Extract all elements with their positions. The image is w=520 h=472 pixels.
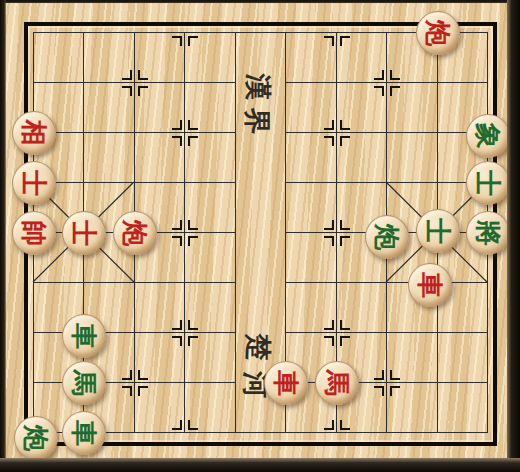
piece-glyph: 炮: [122, 220, 148, 246]
piece-green-advisor[interactable]: 士: [466, 161, 510, 205]
piece-green-chariot[interactable]: 車: [62, 411, 106, 455]
piece-glyph: 將: [475, 220, 501, 246]
piece-red-cannon[interactable]: 炮: [113, 211, 157, 255]
piece-glyph: 士: [71, 220, 97, 246]
piece-green-advisor[interactable]: 士: [416, 209, 460, 253]
piece-red-elephant[interactable]: 相: [12, 111, 56, 155]
board-cell[interactable]: [438, 383, 488, 433]
piece-glyph: 車: [417, 272, 443, 298]
piece-glyph: 車: [71, 420, 97, 446]
board-cell[interactable]: [236, 233, 286, 283]
board-cell[interactable]: [438, 333, 488, 383]
piece-green-general[interactable]: 將: [466, 211, 510, 255]
piece-glyph: 馬: [71, 370, 97, 396]
piece-red-general[interactable]: 帥: [12, 211, 56, 255]
river-label-char: 楚: [242, 331, 274, 363]
piece-red-cannon[interactable]: 炮: [416, 11, 460, 55]
frame-edge-top: [0, 0, 520, 3]
piece-glyph: 相: [21, 120, 47, 146]
piece-green-cannon[interactable]: 炮: [365, 215, 409, 259]
piece-glyph: 帥: [21, 220, 47, 246]
piece-glyph: 象: [475, 123, 501, 149]
board-cell[interactable]: [387, 133, 437, 183]
piece-glyph: 士: [475, 170, 501, 196]
frame-edge-bottom: [0, 458, 520, 472]
piece-glyph: 炮: [425, 20, 451, 46]
piece-green-cannon[interactable]: 炮: [14, 416, 58, 460]
piece-red-chariot[interactable]: 車: [408, 263, 452, 307]
frame-edge-left: [0, 0, 6, 472]
piece-glyph: 士: [21, 170, 47, 196]
river-label-char: 界: [241, 105, 273, 137]
river-label-char: 漢: [242, 71, 274, 103]
piece-red-chariot[interactable]: 車: [264, 361, 308, 405]
piece-glyph: 車: [273, 370, 299, 396]
board-cell[interactable]: [84, 133, 134, 183]
frame-edge-right: [507, 0, 520, 472]
piece-glyph: 炮: [23, 425, 49, 451]
piece-red-horse[interactable]: 馬: [315, 361, 359, 405]
board-cell[interactable]: [236, 283, 286, 333]
board-cell[interactable]: [34, 33, 84, 83]
piece-glyph: 士: [425, 218, 451, 244]
xiangqi-board: 漢 界 楚 河 炮相士帥士炮車車馬象士將士炮車馬炮車: [0, 0, 520, 472]
piece-glyph: 炮: [374, 224, 400, 250]
piece-red-advisor[interactable]: 士: [12, 161, 56, 205]
piece-green-elephant[interactable]: 象: [466, 114, 510, 158]
board-cell[interactable]: [236, 133, 286, 183]
piece-glyph: 馬: [324, 370, 350, 396]
piece-glyph: 車: [71, 323, 97, 349]
board-cell[interactable]: [236, 183, 286, 233]
